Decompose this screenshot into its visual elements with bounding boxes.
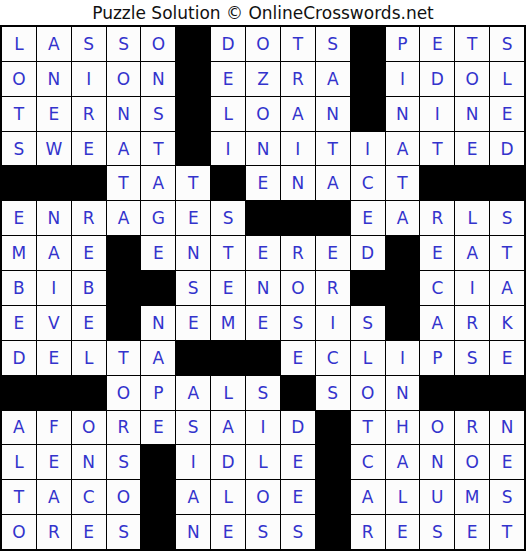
letter-cell-r11c11: O <box>351 376 385 410</box>
black-cell-r15c10 <box>316 515 350 549</box>
letter-cell-r4c13: T <box>420 132 454 166</box>
black-cell-r5c1 <box>2 166 36 200</box>
letter-cell-r4c12: A <box>386 132 420 166</box>
black-cell-r10c6 <box>176 341 210 375</box>
letter-cell-r3c5: S <box>141 97 175 131</box>
letter-cell-r10c14: S <box>455 341 489 375</box>
black-cell-r6c8 <box>246 201 280 235</box>
letter-cell-r12c1: A <box>2 411 36 445</box>
letter-cell-r6c14: L <box>455 201 489 235</box>
black-cell-r8c11 <box>351 271 385 305</box>
letter-cell-r11c10: S <box>316 376 350 410</box>
black-cell-r5c2 <box>37 166 71 200</box>
black-cell-r14c10 <box>316 480 350 514</box>
letter-cell-r8c6: S <box>176 271 210 305</box>
letter-cell-r1c4: S <box>107 27 141 61</box>
letter-cell-r3c4: N <box>107 97 141 131</box>
letter-cell-r12c12: H <box>386 411 420 445</box>
letter-cell-r5c12: T <box>386 166 420 200</box>
black-cell-r10c7 <box>211 341 245 375</box>
letter-cell-r4c15: D <box>490 132 524 166</box>
black-cell-r13c5 <box>141 445 175 479</box>
black-cell-r8c5 <box>141 271 175 305</box>
letter-cell-r9c1: E <box>2 306 36 340</box>
letter-cell-r12c11: T <box>351 411 385 445</box>
letter-cell-r12c3: O <box>72 411 106 445</box>
letter-cell-r9c13: A <box>420 306 454 340</box>
letter-cell-r3c10: N <box>316 97 350 131</box>
letter-cell-r9c10: I <box>316 306 350 340</box>
black-cell-r9c4 <box>107 306 141 340</box>
letter-cell-r10c10: C <box>316 341 350 375</box>
letter-cell-r1c7: D <box>211 27 245 61</box>
letter-cell-r15c1: O <box>2 515 36 549</box>
letter-cell-r8c8: N <box>246 271 280 305</box>
letter-cell-r13c11: C <box>351 445 385 479</box>
letter-cell-r1c10: S <box>316 27 350 61</box>
letter-cell-r13c14: O <box>455 445 489 479</box>
black-cell-r8c4 <box>107 271 141 305</box>
letter-cell-r9c2: V <box>37 306 71 340</box>
letter-cell-r12c2: F <box>37 411 71 445</box>
letter-cell-r15c8: S <box>246 515 280 549</box>
letter-cell-r15c2: R <box>37 515 71 549</box>
letter-cell-r9c7: M <box>211 306 245 340</box>
letter-cell-r8c14: I <box>455 271 489 305</box>
letter-cell-r13c12: A <box>386 445 420 479</box>
letter-cell-r4c5: T <box>141 132 175 166</box>
letter-cell-r3c13: I <box>420 97 454 131</box>
letter-cell-r7c10: E <box>316 236 350 270</box>
black-cell-r11c9 <box>281 376 315 410</box>
letter-cell-r12c13: O <box>420 411 454 445</box>
letter-cell-r1c8: O <box>246 27 280 61</box>
letter-cell-r6c11: E <box>351 201 385 235</box>
black-cell-r11c3 <box>72 376 106 410</box>
letter-cell-r6c6: E <box>176 201 210 235</box>
letter-cell-r7c14: A <box>455 236 489 270</box>
letter-cell-r13c7: D <box>211 445 245 479</box>
letter-cell-r3c8: O <box>246 97 280 131</box>
letter-cell-r10c4: T <box>107 341 141 375</box>
letter-cell-r7c7: T <box>211 236 245 270</box>
letter-cell-r10c2: E <box>37 341 71 375</box>
letter-cell-r2c5: N <box>141 62 175 96</box>
letter-cell-r8c9: O <box>281 271 315 305</box>
letter-cell-r1c13: E <box>420 27 454 61</box>
letter-cell-r4c3: E <box>72 132 106 166</box>
letter-cell-r4c9: I <box>281 132 315 166</box>
black-cell-r7c12 <box>386 236 420 270</box>
letter-cell-r13c9: E <box>281 445 315 479</box>
letter-cell-r14c11: A <box>351 480 385 514</box>
letter-cell-r5c10: A <box>316 166 350 200</box>
letter-cell-r15c13: S <box>420 515 454 549</box>
black-cell-r11c2 <box>37 376 71 410</box>
letter-cell-r5c11: C <box>351 166 385 200</box>
letter-cell-r10c15: E <box>490 341 524 375</box>
black-cell-r2c6 <box>176 62 210 96</box>
letter-cell-r15c4: S <box>107 515 141 549</box>
letter-cell-r4c10: T <box>316 132 350 166</box>
letter-cell-r8c1: B <box>2 271 36 305</box>
black-cell-r6c9 <box>281 201 315 235</box>
letter-cell-r14c13: U <box>420 480 454 514</box>
letter-cell-r5c9: N <box>281 166 315 200</box>
letter-cell-r15c9: S <box>281 515 315 549</box>
letter-cell-r3c1: T <box>2 97 36 131</box>
black-cell-r7c4 <box>107 236 141 270</box>
letter-cell-r13c8: L <box>246 445 280 479</box>
letter-cell-r6c1: E <box>2 201 36 235</box>
black-cell-r11c14 <box>455 376 489 410</box>
letter-cell-r13c15: E <box>490 445 524 479</box>
letter-cell-r4c4: A <box>107 132 141 166</box>
letter-cell-r11c8: S <box>246 376 280 410</box>
letter-cell-r1c3: S <box>72 27 106 61</box>
letter-cell-r12c15: N <box>490 411 524 445</box>
letter-cell-r9c5: N <box>141 306 175 340</box>
black-cell-r11c13 <box>420 376 454 410</box>
puzzle-solution-page: Puzzle Solution © OnlineCrosswords.net L… <box>0 0 526 551</box>
letter-cell-r14c9: E <box>281 480 315 514</box>
letter-cell-r13c3: N <box>72 445 106 479</box>
letter-cell-r7c6: N <box>176 236 210 270</box>
letter-cell-r1c5: O <box>141 27 175 61</box>
letter-cell-r8c13: C <box>420 271 454 305</box>
letter-cell-r12c9: D <box>281 411 315 445</box>
letter-cell-r15c12: E <box>386 515 420 549</box>
letter-cell-r12c6: S <box>176 411 210 445</box>
letter-cell-r5c4: T <box>107 166 141 200</box>
letter-cell-r8c7: E <box>211 271 245 305</box>
letter-cell-r15c11: R <box>351 515 385 549</box>
letter-cell-r7c11: D <box>351 236 385 270</box>
black-cell-r5c15 <box>490 166 524 200</box>
letter-cell-r13c2: E <box>37 445 71 479</box>
letter-cell-r13c1: L <box>2 445 36 479</box>
letter-cell-r8c2: I <box>37 271 71 305</box>
letter-cell-r2c13: D <box>420 62 454 96</box>
letter-cell-r13c13: N <box>420 445 454 479</box>
letter-cell-r14c4: O <box>107 480 141 514</box>
letter-cell-r2c2: N <box>37 62 71 96</box>
letter-cell-r11c4: O <box>107 376 141 410</box>
letter-cell-r2c12: I <box>386 62 420 96</box>
letter-cell-r11c6: A <box>176 376 210 410</box>
letter-cell-r8c3: B <box>72 271 106 305</box>
letter-cell-r8c15: A <box>490 271 524 305</box>
letter-cell-r6c5: G <box>141 201 175 235</box>
letter-cell-r2c1: O <box>2 62 36 96</box>
letter-cell-r13c4: S <box>107 445 141 479</box>
letter-cell-r15c7: E <box>211 515 245 549</box>
letter-cell-r2c3: I <box>72 62 106 96</box>
letter-cell-r7c5: E <box>141 236 175 270</box>
letter-cell-r10c3: L <box>72 341 106 375</box>
letter-cell-r9c11: S <box>351 306 385 340</box>
letter-cell-r12c4: R <box>107 411 141 445</box>
letter-cell-r14c15: S <box>490 480 524 514</box>
letter-cell-r11c7: L <box>211 376 245 410</box>
letter-cell-r2c14: O <box>455 62 489 96</box>
letter-cell-r15c3: E <box>72 515 106 549</box>
letter-cell-r7c15: T <box>490 236 524 270</box>
letter-cell-r7c1: M <box>2 236 36 270</box>
letter-cell-r6c2: N <box>37 201 71 235</box>
letter-cell-r1c14: T <box>455 27 489 61</box>
letter-cell-r7c8: E <box>246 236 280 270</box>
letter-cell-r5c8: E <box>246 166 280 200</box>
letter-cell-r3c15: E <box>490 97 524 131</box>
black-cell-r8c12 <box>386 271 420 305</box>
black-cell-r13c10 <box>316 445 350 479</box>
letter-cell-r7c2: A <box>37 236 71 270</box>
letter-cell-r4c8: N <box>246 132 280 166</box>
letter-cell-r4c2: W <box>37 132 71 166</box>
letter-cell-r4c14: E <box>455 132 489 166</box>
letter-cell-r14c2: A <box>37 480 71 514</box>
letter-cell-r1c1: L <box>2 27 36 61</box>
letter-cell-r10c5: A <box>141 341 175 375</box>
letter-cell-r6c15: S <box>490 201 524 235</box>
black-cell-r11c1 <box>2 376 36 410</box>
letter-cell-r6c4: A <box>107 201 141 235</box>
black-cell-r5c14 <box>455 166 489 200</box>
black-cell-r15c5 <box>141 515 175 549</box>
letter-cell-r12c7: A <box>211 411 245 445</box>
black-cell-r10c8 <box>246 341 280 375</box>
letter-cell-r2c10: A <box>316 62 350 96</box>
letter-cell-r9c6: E <box>176 306 210 340</box>
letter-cell-r2c7: E <box>211 62 245 96</box>
letter-cell-r15c6: N <box>176 515 210 549</box>
letter-cell-r3c3: R <box>72 97 106 131</box>
letter-cell-r2c8: Z <box>246 62 280 96</box>
letter-cell-r1c15: S <box>490 27 524 61</box>
letter-cell-r14c12: L <box>386 480 420 514</box>
letter-cell-r3c14: N <box>455 97 489 131</box>
letter-cell-r1c9: T <box>281 27 315 61</box>
letter-cell-r6c13: R <box>420 201 454 235</box>
letter-cell-r7c9: R <box>281 236 315 270</box>
letter-cell-r10c12: I <box>386 341 420 375</box>
black-cell-r3c6 <box>176 97 210 131</box>
black-cell-r6c10 <box>316 201 350 235</box>
black-cell-r5c7 <box>211 166 245 200</box>
letter-cell-r14c1: T <box>2 480 36 514</box>
letter-cell-r10c1: D <box>2 341 36 375</box>
letter-cell-r5c6: T <box>176 166 210 200</box>
letter-cell-r3c7: L <box>211 97 245 131</box>
letter-cell-r12c14: R <box>455 411 489 445</box>
crossword-grid: LASSODOTSPETSONIONEZRAIDOLTERNSLOANNINES… <box>0 25 526 551</box>
letter-cell-r4c7: I <box>211 132 245 166</box>
letter-cell-r4c11: I <box>351 132 385 166</box>
black-cell-r9c12 <box>386 306 420 340</box>
letter-cell-r9c9: S <box>281 306 315 340</box>
letter-cell-r13c6: I <box>176 445 210 479</box>
letter-cell-r4c1: S <box>2 132 36 166</box>
letter-cell-r15c14: E <box>455 515 489 549</box>
letter-cell-r14c14: M <box>455 480 489 514</box>
black-cell-r4c6 <box>176 132 210 166</box>
letter-cell-r11c5: P <box>141 376 175 410</box>
black-cell-r11c15 <box>490 376 524 410</box>
letter-cell-r14c3: C <box>72 480 106 514</box>
letter-cell-r12c8: I <box>246 411 280 445</box>
black-cell-r2c11 <box>351 62 385 96</box>
letter-cell-r3c12: N <box>386 97 420 131</box>
letter-cell-r11c12: N <box>386 376 420 410</box>
letter-cell-r9c3: E <box>72 306 106 340</box>
letter-cell-r2c9: R <box>281 62 315 96</box>
black-cell-r12c10 <box>316 411 350 445</box>
letter-cell-r10c13: P <box>420 341 454 375</box>
black-cell-r1c11 <box>351 27 385 61</box>
letter-cell-r7c13: E <box>420 236 454 270</box>
letter-cell-r14c8: O <box>246 480 280 514</box>
black-cell-r5c13 <box>420 166 454 200</box>
letter-cell-r14c6: A <box>176 480 210 514</box>
letter-cell-r8c10: R <box>316 271 350 305</box>
black-cell-r5c3 <box>72 166 106 200</box>
letter-cell-r6c7: S <box>211 201 245 235</box>
letter-cell-r15c15: T <box>490 515 524 549</box>
letter-cell-r2c4: O <box>107 62 141 96</box>
black-cell-r14c5 <box>141 480 175 514</box>
letter-cell-r3c2: E <box>37 97 71 131</box>
letter-cell-r10c11: L <box>351 341 385 375</box>
letter-cell-r7c3: E <box>72 236 106 270</box>
black-cell-r3c11 <box>351 97 385 131</box>
letter-cell-r1c2: A <box>37 27 71 61</box>
black-cell-r1c6 <box>176 27 210 61</box>
letter-cell-r9c8: E <box>246 306 280 340</box>
letter-cell-r2c15: L <box>490 62 524 96</box>
letter-cell-r12c5: E <box>141 411 175 445</box>
letter-cell-r5c5: A <box>141 166 175 200</box>
page-title: Puzzle Solution © OnlineCrosswords.net <box>0 0 526 25</box>
letter-cell-r9c15: K <box>490 306 524 340</box>
letter-cell-r6c12: A <box>386 201 420 235</box>
letter-cell-r10c9: E <box>281 341 315 375</box>
letter-cell-r1c12: P <box>386 27 420 61</box>
letter-cell-r3c9: A <box>281 97 315 131</box>
letter-cell-r9c14: R <box>455 306 489 340</box>
letter-cell-r6c3: R <box>72 201 106 235</box>
letter-cell-r14c7: L <box>211 480 245 514</box>
